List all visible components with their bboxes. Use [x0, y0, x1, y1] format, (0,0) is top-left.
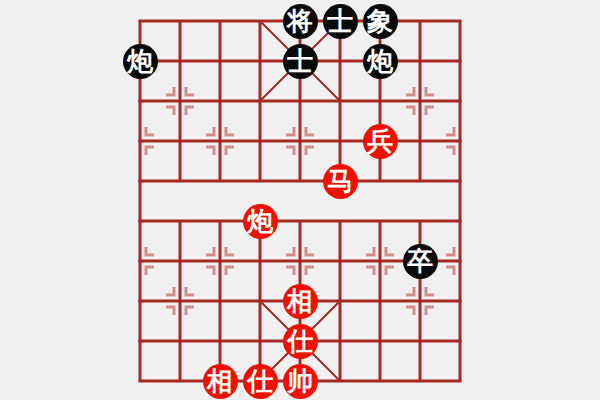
red-soldier[interactable]: 兵: [363, 124, 398, 159]
red-cannon[interactable]: 炮: [243, 204, 278, 239]
black-cannon[interactable]: 炮: [363, 44, 398, 79]
black-cannon[interactable]: 炮: [123, 44, 158, 79]
black-advisor[interactable]: 士: [283, 44, 318, 79]
xiangqi-app: 将士象炮士炮卒兵马炮相仕相仕帅: [0, 0, 600, 400]
black-general[interactable]: 将: [283, 4, 318, 39]
black-elephant[interactable]: 象: [363, 4, 398, 39]
black-soldier[interactable]: 卒: [403, 244, 438, 279]
red-advisor[interactable]: 仕: [243, 364, 278, 399]
red-elephant[interactable]: 相: [203, 364, 238, 399]
red-advisor[interactable]: 仕: [283, 324, 318, 359]
black-advisor[interactable]: 士: [323, 4, 358, 39]
xiangqi-board: 将士象炮士炮卒兵马炮相仕相仕帅: [120, 1, 480, 400]
red-horse[interactable]: 马: [323, 164, 358, 199]
red-general[interactable]: 帅: [283, 364, 318, 399]
red-elephant[interactable]: 相: [283, 284, 318, 319]
